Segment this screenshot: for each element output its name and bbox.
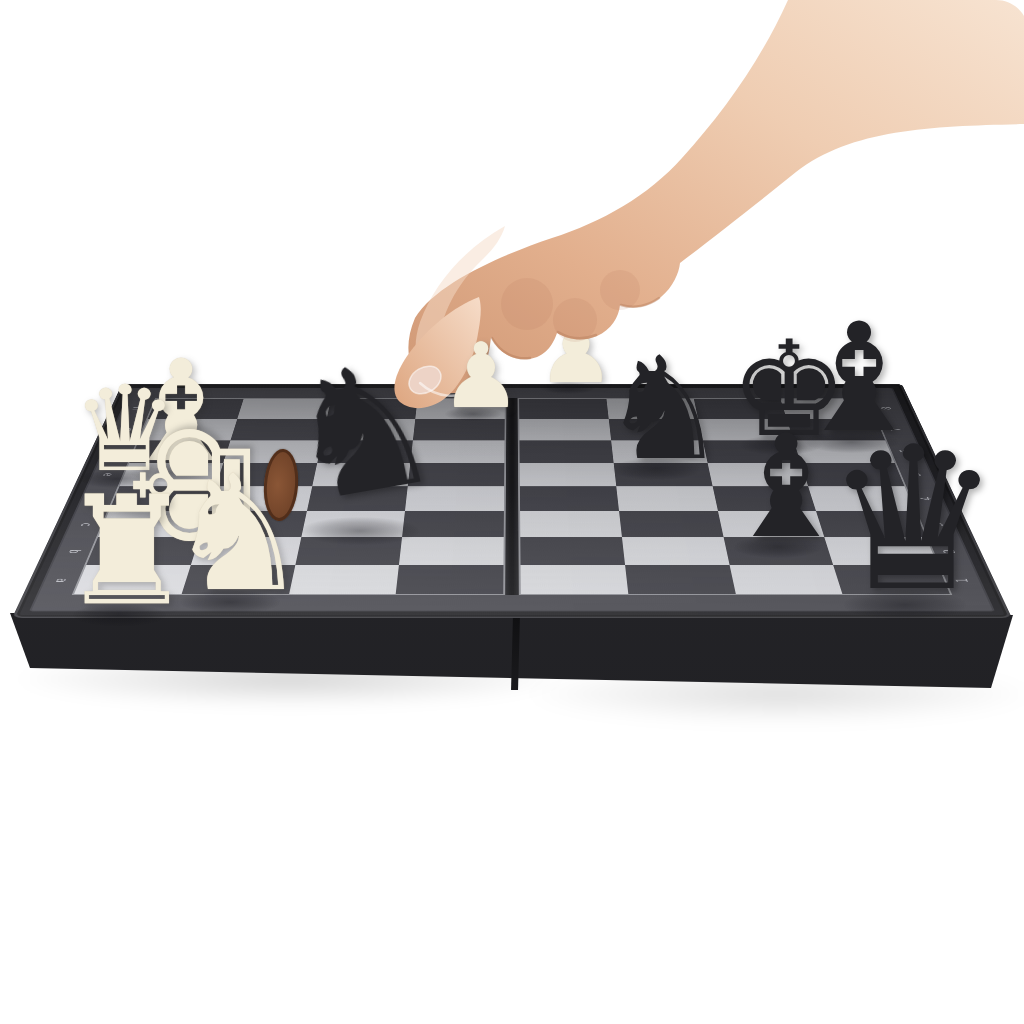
white-rook-glyph: ♜ [37, 476, 217, 626]
ground-shadow-left [10, 650, 570, 708]
product-photo-stage: Product photo: folding magnetic travel c… [0, 0, 1024, 1024]
piece-white-rook[interactable]: ♜ [37, 467, 217, 617]
square-d1[interactable] [396, 565, 504, 594]
square-e3[interactable] [520, 511, 622, 537]
piece-white-pawn-mid[interactable]: ♟ [427, 326, 535, 416]
white-pawn-glyph: ♟ [427, 331, 535, 421]
box-hinge-seam [511, 616, 520, 690]
piece-black-queen[interactable]: ♛ [794, 409, 1024, 607]
square-e1[interactable] [521, 565, 629, 594]
square-e2[interactable] [520, 537, 625, 565]
black-queen-glyph: ♛ [794, 421, 1024, 619]
ground-shadow-right [520, 664, 1024, 724]
square-f1[interactable] [625, 565, 736, 594]
square-d2[interactable] [399, 537, 504, 565]
